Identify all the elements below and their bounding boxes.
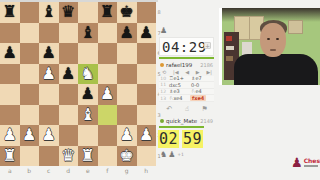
material-advantage: +1 (177, 152, 184, 157)
captured-pawn-icon: ♟ (168, 150, 175, 159)
square-h2[interactable]: ♟ (137, 125, 157, 146)
logo-brand-text: Chess (304, 158, 320, 164)
square-b2[interactable]: ♟ (20, 125, 40, 146)
cam-shelf-item (226, 56, 233, 61)
move-number: 13 (159, 96, 168, 101)
black-p[interactable]: ♟ (42, 45, 56, 61)
square-g7[interactable]: ♟ (117, 23, 137, 44)
square-h5[interactable] (137, 64, 157, 85)
square-e4[interactable]: ♟ (78, 84, 98, 105)
white-b[interactable]: ♝ (81, 107, 95, 123)
square-f1[interactable] (98, 146, 118, 167)
white-p[interactable]: ♟ (22, 127, 36, 143)
move-white[interactable]: dxc5 (168, 82, 190, 88)
logo-underbar (304, 165, 318, 167)
white-r[interactable]: ♜ (3, 148, 17, 164)
cam-shelf-item (226, 46, 234, 50)
chat-flag-icon[interactable]: ⚑ (201, 105, 207, 113)
black-r[interactable]: ♜ (100, 4, 114, 20)
square-h8[interactable] (137, 2, 157, 23)
clock-settings-icon[interactable]: + (204, 42, 211, 49)
black-b[interactable]: ♝ (42, 4, 56, 20)
white-clock-active: 02 59 (158, 129, 215, 149)
white-p[interactable]: ♟ (120, 127, 134, 143)
white-k[interactable]: ♚ (120, 148, 134, 164)
black-k[interactable]: ♚ (120, 4, 134, 20)
jump-end-icon[interactable]: ▶| (206, 69, 212, 75)
white-p[interactable]: ♟ (100, 86, 114, 102)
black-p[interactable]: ♟ (81, 86, 95, 102)
player-bottom-row[interactable]: quick_Mate 2149 (159, 116, 214, 125)
square-g1[interactable]: ♚ (117, 146, 137, 167)
square-e6[interactable] (78, 43, 98, 64)
file-label-h: h (137, 167, 157, 175)
cam-wall-box (288, 20, 303, 34)
captured-knight-icon: ♞ (160, 150, 167, 159)
captured-pieces-bottom: ♞♟+1 (160, 150, 184, 159)
square-f6[interactable] (98, 43, 118, 64)
square-c6[interactable]: ♟ (39, 43, 59, 64)
move-black[interactable]: fxe4 (190, 95, 206, 101)
square-f2[interactable] (98, 125, 118, 146)
square-e1[interactable]: ♜ (78, 146, 98, 167)
square-c7[interactable] (39, 23, 59, 44)
flip-board-icon[interactable]: ⟲ (162, 69, 166, 75)
black-r[interactable]: ♜ (3, 4, 17, 20)
square-f7[interactable] (98, 23, 118, 44)
streamer-head (260, 23, 286, 57)
square-a6[interactable]: ♟ (0, 43, 20, 64)
square-b4[interactable] (20, 84, 40, 105)
player-bottom-name[interactable]: quick_Mate (166, 118, 197, 124)
black-clock-time: 04:29 (162, 39, 207, 55)
captured-pawn-icon: ♟ (160, 26, 167, 35)
game-actions[interactable]: ↶☝⚑ (160, 103, 214, 114)
jump-start-icon[interactable]: |◀ (173, 69, 179, 75)
square-d8[interactable]: ♛ (59, 2, 79, 23)
webcam-overlay (219, 8, 320, 85)
file-label-g: g (117, 167, 137, 175)
chess-board[interactable]: ♜♝♛♜♚♝♟♟♟♟♟♟♞♟♟♝♟♟♟♟♟♜♛♜♚ (0, 2, 156, 166)
file-label-a: a (0, 167, 20, 175)
square-d6[interactable] (59, 43, 79, 64)
square-a2[interactable]: ♟ (0, 125, 20, 146)
clock-progress-bottom (159, 126, 204, 128)
white-r[interactable]: ♜ (81, 148, 95, 164)
move-nav-toolbar[interactable]: ⟲|◀◀▶▶| (160, 69, 214, 75)
move-list[interactable]: 10♖e1+♗e711dxc50-012♗e3♘e413♘xe4fxe4 (159, 76, 214, 102)
thumbs-up-icon[interactable]: ☝ (185, 105, 189, 113)
square-g3[interactable] (117, 105, 137, 126)
square-c8[interactable]: ♝ (39, 2, 59, 23)
square-f8[interactable]: ♜ (98, 2, 118, 23)
square-b1[interactable] (20, 146, 40, 167)
square-h1[interactable] (137, 146, 157, 167)
logo-pawn-icon: ♟ (291, 156, 303, 169)
white-n[interactable]: ♞ (81, 66, 95, 82)
move-white[interactable]: ♗e3 (168, 88, 190, 94)
cam-shelf-item (226, 36, 232, 41)
square-d5[interactable]: ♟ (59, 64, 79, 85)
step-forward-icon[interactable]: ▶ (196, 69, 200, 75)
move-number: 11 (159, 82, 168, 87)
square-g2[interactable]: ♟ (117, 125, 137, 146)
square-a5[interactable] (0, 64, 20, 85)
square-b6[interactable] (20, 43, 40, 64)
white-clock-sec: 59 (182, 130, 203, 148)
square-g5[interactable] (117, 64, 137, 85)
file-label-b: b (20, 167, 40, 175)
square-a1[interactable]: ♜ (0, 146, 20, 167)
move-black[interactable]: ♘e4 (190, 88, 212, 94)
square-h7[interactable]: ♟ (137, 23, 157, 44)
black-b[interactable]: ♝ (81, 25, 95, 41)
square-g4[interactable] (117, 84, 137, 105)
move-white[interactable]: ♖e1+ (168, 75, 190, 81)
square-c1[interactable] (39, 146, 59, 167)
undo-icon[interactable]: ↶ (166, 105, 172, 113)
square-d3[interactable] (59, 105, 79, 126)
player-top-name[interactable]: rafael199 (166, 62, 192, 68)
black-clock: 04:29 + (159, 37, 214, 56)
square-a7[interactable] (0, 23, 20, 44)
white-p[interactable]: ♟ (42, 127, 56, 143)
square-e7[interactable]: ♝ (78, 23, 98, 44)
streamer-mouth (270, 49, 276, 51)
white-p[interactable]: ♟ (42, 66, 56, 82)
square-d2[interactable] (59, 125, 79, 146)
white-q[interactable]: ♛ (61, 148, 75, 164)
status-dot-bottom (160, 119, 164, 123)
square-b3[interactable] (20, 105, 40, 126)
square-b5[interactable] (20, 64, 40, 85)
webcam-video (222, 8, 320, 85)
file-label-c: c (39, 167, 59, 175)
square-d7[interactable] (59, 23, 79, 44)
white-p[interactable]: ♟ (3, 127, 17, 143)
square-h4[interactable] (137, 84, 157, 105)
square-f4[interactable]: ♟ (98, 84, 118, 105)
move-number: 10 (159, 76, 168, 81)
move-row-13: 13♘xe4fxe4 (159, 95, 214, 102)
status-dot-top (160, 63, 164, 67)
square-c5[interactable]: ♟ (39, 64, 59, 85)
square-f5[interactable] (98, 64, 118, 85)
black-q[interactable]: ♛ (61, 4, 75, 20)
move-black[interactable]: ♗e7 (190, 75, 212, 81)
square-e3[interactable]: ♝ (78, 105, 98, 126)
square-e5[interactable]: ♞ (78, 64, 98, 85)
square-b7[interactable] (20, 23, 40, 44)
rank-label-8: 8 (156, 2, 162, 23)
square-e8[interactable] (78, 2, 98, 23)
black-p[interactable]: ♟ (3, 45, 17, 61)
file-label-d: d (59, 167, 79, 175)
square-g8[interactable]: ♚ (117, 2, 137, 23)
square-e2[interactable] (78, 125, 98, 146)
square-d4[interactable] (59, 84, 79, 105)
square-a4[interactable] (0, 84, 20, 105)
captured-pieces-top: ♟ (160, 26, 167, 35)
square-b8[interactable] (20, 2, 40, 23)
streamer-eye (267, 38, 270, 40)
square-c4[interactable] (39, 84, 59, 105)
white-p[interactable]: ♟ (139, 127, 153, 143)
streamer-eye (276, 38, 279, 40)
streamer-torso (234, 54, 318, 85)
ichess-logo: ♟ Chess (291, 152, 319, 173)
file-label-f: f (98, 167, 118, 175)
square-f3[interactable] (98, 105, 118, 126)
white-clock-min: 02 (158, 130, 179, 148)
square-h3[interactable] (137, 105, 157, 126)
step-back-icon[interactable]: ◀ (185, 69, 189, 75)
black-p[interactable]: ♟ (120, 25, 134, 41)
move-black[interactable]: 0-0 (190, 82, 212, 88)
square-g6[interactable] (117, 43, 137, 64)
stream-frame: ♜♝♛♜♚♝♟♟♟♟♟♟♞♟♟♝♟♟♟♟♟♜♛♜♚ abcdefgh 87654… (0, 0, 320, 180)
file-label-e: e (78, 167, 98, 175)
square-a8[interactable]: ♜ (0, 2, 20, 23)
square-a3[interactable] (0, 105, 20, 126)
move-number: 12 (159, 89, 168, 94)
move-white[interactable]: ♘xe4 (168, 95, 190, 101)
clock-progress-top (159, 57, 214, 59)
square-d1[interactable]: ♛ (59, 146, 79, 167)
square-c3[interactable] (39, 105, 59, 126)
black-p[interactable]: ♟ (139, 25, 153, 41)
file-labels: abcdefgh (0, 167, 156, 175)
black-p[interactable]: ♟ (61, 66, 75, 82)
square-h6[interactable] (137, 43, 157, 64)
square-c2[interactable]: ♟ (39, 125, 59, 146)
player-bottom-rating: 2149 (200, 118, 214, 124)
player-top-rating: 2186 (200, 62, 214, 68)
